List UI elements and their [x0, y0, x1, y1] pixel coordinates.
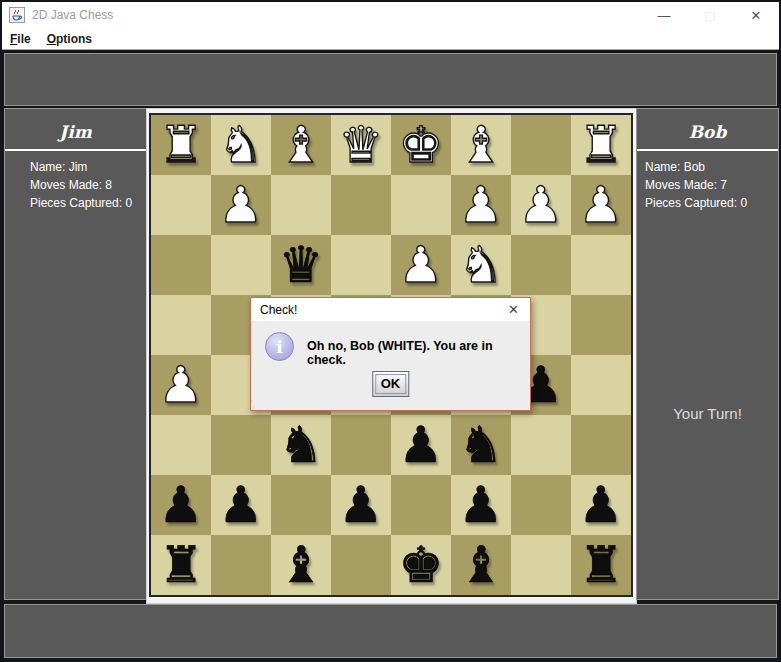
black-pawn: ♟: [211, 475, 271, 535]
board-square[interactable]: [331, 535, 391, 595]
white-bishop: ♝: [451, 115, 511, 175]
white-knight: ♞: [451, 235, 511, 295]
board-square[interactable]: ♟: [391, 415, 451, 475]
board-square[interactable]: ♜: [571, 535, 631, 595]
board-square[interactable]: [571, 295, 631, 355]
title-bar: 2D Java Chess — ▢ ✕: [2, 2, 779, 28]
dialog-close-icon[interactable]: ✕: [508, 302, 519, 317]
board-square[interactable]: [211, 535, 271, 595]
white-bishop: ♝: [271, 115, 331, 175]
board-square[interactable]: [331, 235, 391, 295]
board-square[interactable]: ♟: [451, 475, 511, 535]
board-square[interactable]: [391, 175, 451, 235]
white-queen: ♛: [331, 115, 391, 175]
minimize-button[interactable]: —: [641, 2, 687, 28]
stat-name: Name: Bob: [645, 158, 778, 176]
stat-captured: Pieces Captured: 0: [30, 194, 146, 212]
check-dialog: Check! ✕ i Oh no, Bob (WHITE). You are i…: [250, 297, 531, 411]
app-window: 2D Java Chess — ▢ ✕ File Options Jim Nam…: [0, 0, 781, 662]
board-square[interactable]: ♟: [391, 235, 451, 295]
board-square[interactable]: [511, 475, 571, 535]
black-rook: ♜: [571, 535, 631, 595]
board-square[interactable]: [511, 115, 571, 175]
board-square[interactable]: ♝: [451, 115, 511, 175]
window-controls: — ▢ ✕: [641, 2, 779, 28]
player-name-jim: Jim: [5, 122, 146, 142]
window-title: 2D Java Chess: [32, 8, 113, 22]
turn-indicator: Your Turn!: [637, 405, 778, 422]
black-king: ♚: [391, 535, 451, 595]
ok-button[interactable]: OK: [372, 371, 410, 397]
black-pawn: ♟: [391, 415, 451, 475]
board-square[interactable]: [391, 475, 451, 535]
black-rook: ♜: [151, 535, 211, 595]
player-panel-jim: Jim Name: Jim Moves Made: 8 Pieces Captu…: [4, 108, 147, 600]
board-square[interactable]: ♚: [391, 115, 451, 175]
name-underline: [5, 149, 146, 151]
top-message-panel: [4, 53, 777, 106]
ok-button-label: OK: [375, 374, 407, 394]
white-pawn: ♟: [391, 235, 451, 295]
stat-name: Name: Jim: [30, 158, 146, 176]
black-pawn: ♟: [451, 475, 511, 535]
board-square[interactable]: ♟: [571, 475, 631, 535]
java-coffee-icon: [11, 9, 23, 21]
board-square[interactable]: [211, 415, 271, 475]
board-square[interactable]: ♝: [271, 115, 331, 175]
black-pawn: ♟: [571, 475, 631, 535]
white-pawn: ♟: [211, 175, 271, 235]
maximize-button[interactable]: ▢: [687, 2, 733, 28]
board-square[interactable]: ♚: [391, 535, 451, 595]
black-knight: ♞: [271, 415, 331, 475]
white-knight: ♞: [211, 115, 271, 175]
dialog-title: Check!: [260, 303, 297, 317]
board-square[interactable]: ♝: [451, 535, 511, 595]
white-pawn: ♟: [571, 175, 631, 235]
black-queen: ♛: [271, 235, 331, 295]
board-square[interactable]: [511, 235, 571, 295]
board-square[interactable]: [151, 415, 211, 475]
white-rook: ♜: [571, 115, 631, 175]
board-square[interactable]: ♟: [211, 175, 271, 235]
board-square[interactable]: ♜: [571, 115, 631, 175]
board-square[interactable]: [271, 475, 331, 535]
board-square[interactable]: ♟: [151, 355, 211, 415]
board-square[interactable]: [571, 235, 631, 295]
board-square[interactable]: [211, 235, 271, 295]
stat-moves: Moves Made: 7: [645, 176, 778, 194]
board-square[interactable]: ♛: [331, 115, 391, 175]
menu-options[interactable]: Options: [39, 28, 100, 49]
board-square[interactable]: [511, 535, 571, 595]
board-square[interactable]: ♟: [331, 475, 391, 535]
board-square[interactable]: [571, 415, 631, 475]
board-square[interactable]: [571, 355, 631, 415]
board-square[interactable]: [331, 175, 391, 235]
board-square[interactable]: [151, 235, 211, 295]
dialog-body: i Oh no, Bob (WHITE). You are in check. …: [251, 321, 530, 411]
board-square[interactable]: ♞: [451, 235, 511, 295]
board-square[interactable]: ♟: [211, 475, 271, 535]
stat-captured: Pieces Captured: 0: [645, 194, 778, 212]
board-square[interactable]: [151, 175, 211, 235]
java-app-icon: [9, 7, 25, 23]
board-square[interactable]: [151, 295, 211, 355]
dialog-title-bar: Check! ✕: [251, 298, 530, 321]
close-button[interactable]: ✕: [733, 2, 779, 28]
board-square[interactable]: ♟: [571, 175, 631, 235]
board-square[interactable]: ♛: [271, 235, 331, 295]
bottom-panel: [4, 604, 777, 658]
black-knight: ♞: [451, 415, 511, 475]
board-square[interactable]: ♜: [151, 115, 211, 175]
black-pawn: ♟: [331, 475, 391, 535]
name-underline: [637, 149, 778, 151]
white-pawn: ♟: [451, 175, 511, 235]
board-square[interactable]: ♝: [271, 535, 331, 595]
white-pawn: ♟: [511, 175, 571, 235]
white-king: ♚: [391, 115, 451, 175]
board-square[interactable]: ♜: [151, 535, 211, 595]
board-square[interactable]: ♟: [511, 175, 571, 235]
player-panel-bob: Bob Name: Bob Moves Made: 7 Pieces Captu…: [636, 108, 779, 600]
board-square[interactable]: ♞: [271, 415, 331, 475]
black-pawn: ♟: [151, 475, 211, 535]
player-name-bob: Bob: [637, 122, 778, 142]
menu-bar: File Options: [2, 28, 779, 50]
player-stats-bob: Name: Bob Moves Made: 7 Pieces Captured:…: [637, 158, 778, 212]
menu-file[interactable]: File: [2, 28, 39, 49]
player-stats-jim: Name: Jim Moves Made: 8 Pieces Captured:…: [5, 158, 146, 212]
board-square[interactable]: ♟: [451, 175, 511, 235]
dialog-message: Oh no, Bob (WHITE). You are in check.: [307, 339, 525, 367]
board-square[interactable]: [511, 415, 571, 475]
white-pawn: ♟: [151, 355, 211, 415]
board-square[interactable]: [331, 415, 391, 475]
black-bishop: ♝: [271, 535, 331, 595]
board-square[interactable]: [271, 175, 331, 235]
info-icon: i: [265, 332, 294, 361]
board-square[interactable]: ♞: [451, 415, 511, 475]
board-square[interactable]: ♞: [211, 115, 271, 175]
black-bishop: ♝: [451, 535, 511, 595]
board-square[interactable]: ♟: [151, 475, 211, 535]
white-rook: ♜: [151, 115, 211, 175]
stat-moves: Moves Made: 8: [30, 176, 146, 194]
